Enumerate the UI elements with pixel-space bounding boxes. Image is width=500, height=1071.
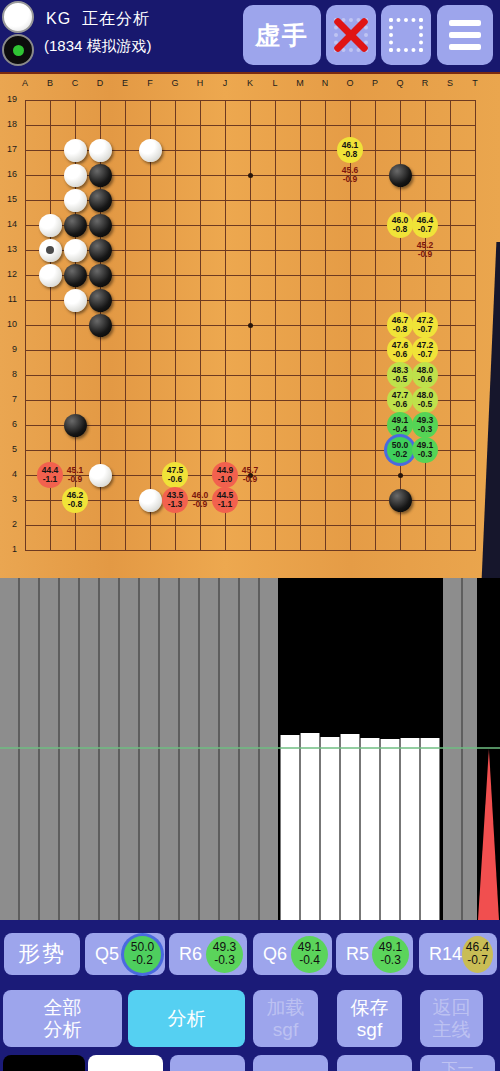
black-stone-button[interactable]: [3, 1055, 85, 1071]
candidate-move-R9[interactable]: 47.2-0.7: [412, 337, 438, 363]
next-button[interactable]: 下一: [420, 1055, 495, 1071]
white-stone-button[interactable]: [88, 1055, 163, 1071]
coordinate-label-row: 16: [0, 169, 17, 179]
app-subtitle: (1834 模拟游戏): [44, 37, 152, 56]
white-stone: [64, 189, 87, 212]
coordinate-label-col: O: [338, 78, 363, 88]
move-button-Q6[interactable]: Q649.1-0.4: [253, 933, 332, 975]
dotted-square-icon: [389, 18, 423, 52]
action-button-3[interactable]: [170, 1055, 245, 1071]
coordinate-label-col: Q: [388, 78, 413, 88]
white-stone: [89, 464, 112, 487]
white-stone: [64, 239, 87, 262]
grid-line-v: [275, 100, 276, 551]
candidate-move-C4[interactable]: 45.1-0.9: [62, 462, 88, 488]
top-bar: KG 正在分析 (1834 模拟游戏) 虚手: [0, 0, 500, 72]
coordinate-label-row: 17: [0, 144, 17, 154]
save-sgf-button[interactable]: 保存 sgf: [337, 990, 402, 1047]
analyze-all-button[interactable]: 全部 分析: [3, 990, 122, 1047]
grid-line-v: [325, 100, 326, 551]
candidate-move-Q9[interactable]: 47.6-0.6: [387, 337, 413, 363]
candidate-move-Q14[interactable]: 46.0-0.8: [387, 212, 413, 238]
white-stone: [139, 139, 162, 162]
move-value-circle: 49.3-0.3: [206, 936, 243, 973]
coordinate-label-row: 8: [0, 369, 17, 379]
go-analysis-app: KG 正在分析 (1834 模拟游戏) 虚手 ABCDEFGHJKLMNOPQR…: [0, 0, 500, 1071]
white-stone: [64, 289, 87, 312]
board-edge-shadow: [480, 242, 500, 580]
coordinate-label-row: 4: [0, 469, 17, 479]
coordinate-label-col: L: [263, 78, 288, 88]
black-stone: [89, 264, 112, 287]
fifty-percent-line: [0, 747, 500, 749]
coordinate-label-row: 19: [0, 94, 17, 104]
candidate-move-R14[interactable]: 46.4-0.7: [412, 212, 438, 238]
coordinate-label-col: F: [138, 78, 163, 88]
move-button-R14[interactable]: R1446.4-0.7: [419, 933, 497, 975]
move-point-label: Q6: [263, 944, 287, 965]
candidate-move-Q10[interactable]: 46.7-0.8: [387, 312, 413, 338]
coordinate-label-row: 18: [0, 119, 17, 129]
return-mainline-button[interactable]: 返回 主线: [420, 990, 483, 1047]
move-point-label: Q5: [95, 944, 119, 965]
white-stone: [139, 489, 162, 512]
move-value-circle: 46.4-0.7: [462, 936, 493, 973]
white-stone: [39, 214, 62, 237]
coordinate-label-col: C: [63, 78, 88, 88]
black-stone: [89, 289, 112, 312]
candidate-move-G3[interactable]: 43.5-1.3: [162, 487, 188, 513]
candidate-move-O17[interactable]: 46.1-0.8: [337, 137, 363, 163]
white-stone: [39, 264, 62, 287]
candidate-move-R6[interactable]: 49.3-0.3: [412, 412, 438, 438]
winrate-bar: [360, 738, 380, 920]
black-stone: [89, 214, 112, 237]
coordinate-label-col: E: [113, 78, 138, 88]
candidate-move-B4[interactable]: 44.4-1.1: [37, 462, 63, 488]
black-stone: [89, 164, 112, 187]
white-stone: [89, 139, 112, 162]
candidate-move-Q6[interactable]: 49.1-0.4: [387, 412, 413, 438]
coordinate-label-col: K: [238, 78, 263, 88]
coordinate-label-col: T: [463, 78, 488, 88]
coordinate-label-col: A: [13, 78, 38, 88]
coordinate-label-col: P: [363, 78, 388, 88]
candidate-move-R7[interactable]: 48.0-0.5: [412, 387, 438, 413]
go-board[interactable]: ABCDEFGHJKLMNOPQRST191817161514131211109…: [0, 72, 500, 578]
candidate-move-K4[interactable]: 45.7-0.9: [237, 462, 263, 488]
move-value-circle: 49.1-0.4: [291, 936, 328, 973]
white-player-indicator: [2, 1, 34, 33]
winrate-bar: [380, 739, 400, 920]
clear-analysis-button[interactable]: [326, 5, 376, 65]
winrate-bar: [420, 738, 440, 920]
pass-button[interactable]: 虚手: [243, 5, 321, 65]
coordinate-label-row: 2: [0, 519, 17, 529]
white-stone: [39, 239, 62, 262]
candidate-move-G4[interactable]: 47.5-0.6: [162, 462, 188, 488]
black-stone: [64, 414, 87, 437]
coordinate-label-row: 15: [0, 194, 17, 204]
black-player-indicator: [2, 34, 34, 66]
winrate-bar: [320, 737, 340, 920]
move-button-Q5[interactable]: Q550.0-0.2: [85, 933, 165, 975]
coordinate-label-row: 12: [0, 269, 17, 279]
graph-segment-striped: [443, 578, 477, 920]
winrate-bar: [340, 734, 360, 920]
coordinate-label-col: R: [413, 78, 438, 88]
grid-line-v: [450, 100, 451, 551]
candidate-move-O16[interactable]: 45.6-0.9: [337, 162, 363, 188]
coordinate-label-col: M: [288, 78, 313, 88]
grid-line-v: [300, 100, 301, 551]
candidate-move-Q7[interactable]: 47.7-0.6: [387, 387, 413, 413]
engine-active-icon: [13, 45, 24, 56]
candidate-move-Q5[interactable]: 50.0-0.2: [387, 437, 413, 463]
action-button-4[interactable]: [253, 1055, 328, 1071]
bottom-panel: 形势 Q550.0-0.2R649.3-0.3Q649.1-0.4R549.1-…: [0, 920, 500, 1071]
candidate-move-R8[interactable]: 48.0-0.6: [412, 362, 438, 388]
candidate-move-C3[interactable]: 46.2-0.8: [62, 487, 88, 513]
move-value-circle: 50.0-0.2: [124, 936, 161, 973]
candidate-move-Q8[interactable]: 48.3-0.5: [387, 362, 413, 388]
move-button-R6[interactable]: R649.3-0.3: [169, 933, 247, 975]
black-stone: [89, 239, 112, 262]
black-stone: [89, 189, 112, 212]
candidate-move-J3[interactable]: 44.5-1.1: [212, 487, 238, 513]
coordinate-label-row: 9: [0, 344, 17, 354]
coordinate-label-row: 14: [0, 219, 17, 229]
coordinate-label-col: H: [188, 78, 213, 88]
action-button-5[interactable]: [337, 1055, 412, 1071]
actions-row-2: 下一: [0, 1055, 500, 1071]
coordinate-label-row: 5: [0, 444, 17, 454]
black-stone: [64, 214, 87, 237]
grid-line-h: [25, 525, 476, 526]
candidate-move-R13[interactable]: 45.2-0.9: [412, 237, 438, 263]
move-suggestions-row: 形势 Q550.0-0.2R649.3-0.3Q649.1-0.4R549.1-…: [0, 933, 500, 975]
move-button-R5[interactable]: R549.1-0.3: [336, 933, 413, 975]
candidate-move-R10[interactable]: 47.2-0.7: [412, 312, 438, 338]
winrate-bar: [400, 738, 420, 920]
grid-line-h: [25, 550, 476, 551]
candidate-move-H3[interactable]: 46.0-0.9: [187, 487, 213, 513]
analyze-button[interactable]: 分析: [128, 990, 245, 1047]
coordinate-label-col: B: [38, 78, 63, 88]
graph-segment-striped: [0, 578, 278, 920]
white-stone: [64, 164, 87, 187]
grid-line-v: [475, 100, 476, 551]
black-stone: [389, 164, 412, 187]
coordinate-label-row: 1: [0, 544, 17, 554]
star-point: [248, 173, 253, 178]
coordinate-label-col: N: [313, 78, 338, 88]
coordinate-label-col: S: [438, 78, 463, 88]
move-value-circle: 49.1-0.3: [372, 936, 409, 973]
menu-button[interactable]: [437, 5, 493, 65]
winrate-bar: [300, 733, 320, 920]
coordinate-label-col: G: [163, 78, 188, 88]
coordinate-label-col: J: [213, 78, 238, 88]
selection-button[interactable]: [381, 5, 431, 65]
star-point: [398, 473, 403, 478]
white-stone: [64, 139, 87, 162]
winrate-bar: [280, 735, 300, 920]
coordinate-label-col: D: [88, 78, 113, 88]
coordinate-label-row: 7: [0, 394, 17, 404]
coordinate-label-row: 6: [0, 419, 17, 429]
candidate-move-J4[interactable]: 44.9-1.0: [212, 462, 238, 488]
coordinate-label-row: 13: [0, 244, 17, 254]
coordinate-label-row: 3: [0, 494, 17, 504]
candidate-move-R5[interactable]: 49.1-0.3: [412, 437, 438, 463]
star-point: [248, 323, 253, 328]
last-move-marker: [46, 246, 54, 254]
situation-button[interactable]: 形势: [4, 933, 80, 975]
grid-line-v: [375, 100, 376, 551]
coordinate-label-row: 11: [0, 294, 17, 304]
menu-icon: [449, 32, 481, 38]
black-stone: [64, 264, 87, 287]
menu-icon: [449, 44, 481, 50]
winrate-graph[interactable]: [0, 578, 500, 920]
load-sgf-button[interactable]: 加载 sgf: [253, 990, 318, 1047]
coordinate-label-row: 10: [0, 319, 17, 329]
black-stone: [389, 489, 412, 512]
move-point-label: R6: [179, 944, 202, 965]
app-title: KG 正在分析: [46, 9, 150, 30]
black-stone: [89, 314, 112, 337]
menu-icon: [449, 20, 481, 26]
move-point-label: R5: [346, 944, 369, 965]
actions-row-1: 全部 分析分析加载 sgf保存 sgf返回 主线: [0, 990, 500, 1047]
move-point-label: R14: [429, 944, 462, 965]
